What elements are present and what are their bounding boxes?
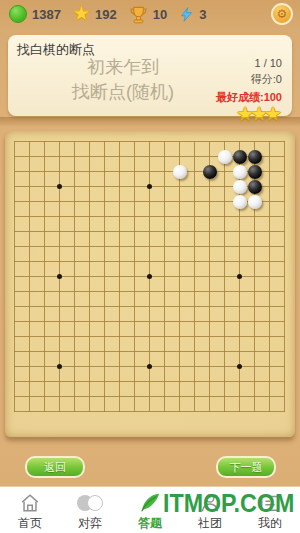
star-point xyxy=(147,364,152,369)
next-problem-button[interactable]: 下一题 xyxy=(216,456,276,478)
nav-item-home[interactable]: 首页 xyxy=(0,487,60,533)
black-stone[interactable] xyxy=(248,165,262,179)
card-shadow-divider xyxy=(0,117,300,127)
black-stone[interactable] xyxy=(248,180,262,194)
star-icon: ★ xyxy=(73,5,90,23)
back-button[interactable]: 返回 xyxy=(25,456,85,478)
stars-stat: ★ 192 xyxy=(73,5,117,23)
lightning-icon xyxy=(179,5,194,24)
nav-item-play[interactable]: 对弈 xyxy=(60,487,120,533)
star-point xyxy=(237,274,242,279)
star-point xyxy=(57,274,62,279)
black-stone[interactable] xyxy=(248,150,262,164)
star-point xyxy=(147,274,152,279)
star-point xyxy=(57,364,62,369)
star-point xyxy=(57,184,62,189)
puzzle-progress-panel: 1 / 10 得分:0 最好成绩:100 ★★★ xyxy=(216,57,282,124)
white-stone[interactable] xyxy=(248,195,262,209)
puzzle-card: 找白棋的断点 初来乍到 找断点(随机) 1 / 10 得分:0 最好成绩:100… xyxy=(8,35,292,116)
black-stone[interactable] xyxy=(203,165,217,179)
go-board[interactable] xyxy=(5,131,295,437)
quill-icon xyxy=(139,492,161,514)
app-screen: 1387 ★ 192 10 3 ⚙ 找白棋的断点 初来 xyxy=(0,0,300,533)
white-stone[interactable] xyxy=(233,195,247,209)
coins-stat: 1387 xyxy=(9,5,61,23)
site-watermark: ITMOP.COM xyxy=(163,489,294,518)
next-button-label: 下一题 xyxy=(230,460,263,475)
puzzle-watermark-text: 初来乍到 找断点(随机) xyxy=(8,55,238,105)
nav-label-answer: 答题 xyxy=(138,515,162,532)
nav-label-play: 对弈 xyxy=(78,515,102,532)
trophies-stat: 10 xyxy=(129,5,167,24)
coins-count: 1387 xyxy=(32,7,61,22)
home-icon xyxy=(19,492,41,514)
board-grid xyxy=(14,141,285,412)
star-point xyxy=(147,184,152,189)
back-button-label: 返回 xyxy=(44,460,66,475)
level-name: 初来乍到 xyxy=(8,55,238,80)
white-stone[interactable] xyxy=(233,180,247,194)
go-stones-icon xyxy=(76,492,104,514)
energy-count: 3 xyxy=(199,7,206,22)
mode-name: 找断点(随机) xyxy=(8,80,238,105)
nav-label-home: 首页 xyxy=(18,515,42,532)
green-ball-icon xyxy=(9,5,27,23)
white-stone[interactable] xyxy=(233,165,247,179)
trophy-icon xyxy=(129,5,148,24)
settings-button[interactable]: ⚙ xyxy=(271,3,293,25)
gear-icon: ⚙ xyxy=(277,8,288,20)
status-bar: 1387 ★ 192 10 3 ⚙ xyxy=(0,0,300,28)
white-stone[interactable] xyxy=(218,150,232,164)
black-stone[interactable] xyxy=(233,150,247,164)
score-text: 得分:0 xyxy=(216,72,282,87)
energy-stat: 3 xyxy=(179,5,206,24)
star-point xyxy=(237,364,242,369)
progress-counter: 1 / 10 xyxy=(216,57,282,69)
white-stone[interactable] xyxy=(173,165,187,179)
trophies-count: 10 xyxy=(153,7,167,22)
stars-count: 192 xyxy=(95,7,117,22)
